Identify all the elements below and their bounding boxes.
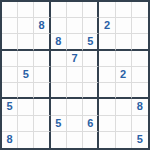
cell-r1c6[interactable] [83, 2, 99, 18]
cell-r1c1[interactable] [2, 2, 18, 18]
cell-r1c2[interactable] [18, 2, 34, 18]
cell-r5c1[interactable] [2, 67, 18, 83]
cell-r3c6-given: 5 [83, 34, 99, 50]
cell-r9c1-given: 8 [2, 132, 18, 148]
sudoku-board: 8285752585685 [0, 0, 150, 150]
cell-r3c1[interactable] [2, 34, 18, 50]
cell-r8c8[interactable] [116, 116, 132, 132]
cell-r6c9[interactable] [132, 83, 148, 99]
cell-r1c3[interactable] [34, 2, 50, 18]
cell-r8c7[interactable] [99, 116, 115, 132]
cell-r9c4[interactable] [51, 132, 67, 148]
cell-r3c4-given: 8 [51, 34, 67, 50]
cell-r2c9[interactable] [132, 18, 148, 34]
cell-r3c9[interactable] [132, 34, 148, 50]
cell-r6c4[interactable] [51, 83, 67, 99]
cell-r7c6[interactable] [83, 99, 99, 115]
cell-r1c7[interactable] [99, 2, 115, 18]
cell-r9c7[interactable] [99, 132, 115, 148]
cell-r2c4[interactable] [51, 18, 67, 34]
cell-r2c5[interactable] [67, 18, 83, 34]
cell-r6c7[interactable] [99, 83, 115, 99]
cell-r9c2[interactable] [18, 132, 34, 148]
cell-r4c2[interactable] [18, 51, 34, 67]
cell-r7c2[interactable] [18, 99, 34, 115]
cell-r6c5[interactable] [67, 83, 83, 99]
cell-r4c7[interactable] [99, 51, 115, 67]
cell-r6c3[interactable] [34, 83, 50, 99]
cell-r5c6[interactable] [83, 67, 99, 83]
cell-r4c8[interactable] [116, 51, 132, 67]
cell-r7c9-given: 8 [132, 99, 148, 115]
cell-r9c5[interactable] [67, 132, 83, 148]
cell-r3c5[interactable] [67, 34, 83, 50]
cell-r9c9-given: 5 [132, 132, 148, 148]
cell-r3c7[interactable] [99, 34, 115, 50]
cell-r5c2-given: 5 [18, 67, 34, 83]
cell-r5c7[interactable] [99, 67, 115, 83]
cell-r4c3[interactable] [34, 51, 50, 67]
cell-r8c6-given: 6 [83, 116, 99, 132]
cell-r3c2[interactable] [18, 34, 34, 50]
cell-r7c8[interactable] [116, 99, 132, 115]
cell-r3c3[interactable] [34, 34, 50, 50]
cell-r1c8[interactable] [116, 2, 132, 18]
cell-r2c1[interactable] [2, 18, 18, 34]
cell-r2c3-given: 8 [34, 18, 50, 34]
cell-r5c9[interactable] [132, 67, 148, 83]
cell-r8c2[interactable] [18, 116, 34, 132]
cell-r6c2[interactable] [18, 83, 34, 99]
cell-r8c1[interactable] [2, 116, 18, 132]
cell-r2c6[interactable] [83, 18, 99, 34]
cell-r9c3[interactable] [34, 132, 50, 148]
cell-r2c7-given: 2 [99, 18, 115, 34]
cell-r1c9[interactable] [132, 2, 148, 18]
cell-r2c2[interactable] [18, 18, 34, 34]
cell-r9c8[interactable] [116, 132, 132, 148]
cell-r8c5[interactable] [67, 116, 83, 132]
cell-r6c1[interactable] [2, 83, 18, 99]
cell-r8c3[interactable] [34, 116, 50, 132]
cell-r4c5-given: 7 [67, 51, 83, 67]
cell-r8c9[interactable] [132, 116, 148, 132]
cell-r6c6[interactable] [83, 83, 99, 99]
cell-r3c8[interactable] [116, 34, 132, 50]
cell-r4c4[interactable] [51, 51, 67, 67]
cell-r7c4[interactable] [51, 99, 67, 115]
cell-r5c3[interactable] [34, 67, 50, 83]
cell-r4c1[interactable] [2, 51, 18, 67]
cell-r7c7[interactable] [99, 99, 115, 115]
cell-r4c6[interactable] [83, 51, 99, 67]
cell-r5c4[interactable] [51, 67, 67, 83]
cell-r2c8[interactable] [116, 18, 132, 34]
cell-r9c6[interactable] [83, 132, 99, 148]
cell-r4c9[interactable] [132, 51, 148, 67]
cell-r7c1-given: 5 [2, 99, 18, 115]
cell-r1c5[interactable] [67, 2, 83, 18]
cell-r7c3[interactable] [34, 99, 50, 115]
cell-r7c5[interactable] [67, 99, 83, 115]
cell-r5c8-given: 2 [116, 67, 132, 83]
cell-r5c5[interactable] [67, 67, 83, 83]
cell-r6c8[interactable] [116, 83, 132, 99]
cell-r8c4-given: 5 [51, 116, 67, 132]
cell-r1c4[interactable] [51, 2, 67, 18]
